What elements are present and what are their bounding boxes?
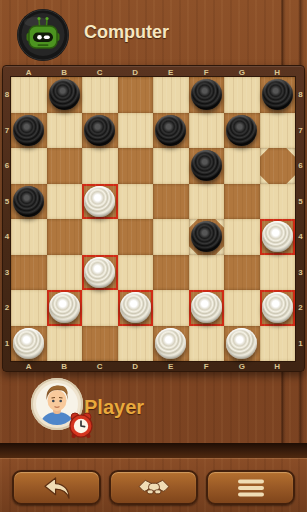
white-piece[interactable]: [262, 292, 293, 323]
square-f4[interactable]: [189, 219, 225, 255]
turn-clock-icon: [67, 410, 95, 440]
checkers-app: Computer ABCDEFGH 87654321 87654321 ABCD…: [0, 0, 307, 512]
coordinate-label: C: [82, 360, 118, 372]
coordinate-label: F: [189, 360, 225, 372]
coordinate-label: B: [47, 360, 83, 372]
computer-avatar: [16, 8, 70, 62]
coordinate-label: 2: [296, 290, 305, 326]
square-g7[interactable]: [224, 113, 260, 149]
square-a8[interactable]: [11, 77, 47, 113]
square-d4[interactable]: [118, 219, 154, 255]
white-piece[interactable]: [262, 221, 293, 252]
white-piece[interactable]: [84, 257, 115, 288]
square-f1[interactable]: [189, 326, 225, 362]
coordinate-label: 7: [3, 113, 11, 149]
white-piece[interactable]: [49, 292, 80, 323]
square-c5[interactable]: [82, 184, 118, 220]
square-d8[interactable]: [118, 77, 154, 113]
square-c4[interactable]: [82, 219, 118, 255]
square-c8[interactable]: [82, 77, 118, 113]
square-e2[interactable]: [153, 290, 189, 326]
square-h8[interactable]: [260, 77, 296, 113]
square-e4[interactable]: [153, 219, 189, 255]
coordinate-label: 4: [296, 219, 305, 255]
coordinate-label: A: [11, 360, 47, 372]
square-g2[interactable]: [224, 290, 260, 326]
square-h7[interactable]: [260, 113, 296, 149]
square-g3[interactable]: [224, 255, 260, 291]
square-a7[interactable]: [11, 113, 47, 149]
opponent-bar: Computer: [0, 0, 307, 65]
square-e3[interactable]: [153, 255, 189, 291]
square-c2[interactable]: [82, 290, 118, 326]
square-h4[interactable]: [260, 219, 296, 255]
square-b6[interactable]: [47, 148, 83, 184]
coordinate-label: E: [153, 360, 189, 372]
square-a2[interactable]: [11, 290, 47, 326]
square-d3[interactable]: [118, 255, 154, 291]
white-piece[interactable]: [226, 328, 257, 359]
square-e8[interactable]: [153, 77, 189, 113]
square-e7[interactable]: [153, 113, 189, 149]
coordinate-label: 4: [3, 219, 11, 255]
divider: [0, 443, 307, 458]
coordinate-label: D: [118, 360, 154, 372]
board-grid: [11, 77, 295, 361]
black-piece[interactable]: [155, 115, 186, 146]
black-piece[interactable]: [191, 79, 222, 110]
hamburger-menu-icon: [237, 478, 265, 498]
opponent-name: Computer: [84, 0, 169, 65]
square-c6[interactable]: [82, 148, 118, 184]
back-button[interactable]: [12, 470, 101, 505]
black-piece[interactable]: [49, 79, 80, 110]
coordinate-label: 6: [296, 148, 305, 184]
square-f5[interactable]: [189, 184, 225, 220]
coordinate-label: 3: [3, 255, 11, 291]
square-c7[interactable]: [82, 113, 118, 149]
coordinate-label: 8: [3, 77, 11, 113]
square-h1[interactable]: [260, 326, 296, 362]
black-piece[interactable]: [226, 115, 257, 146]
square-d1[interactable]: [118, 326, 154, 362]
square-d5[interactable]: [118, 184, 154, 220]
square-g4[interactable]: [224, 219, 260, 255]
square-b8[interactable]: [47, 77, 83, 113]
square-b5[interactable]: [47, 184, 83, 220]
coordinate-label: 7: [296, 113, 305, 149]
white-piece[interactable]: [13, 328, 44, 359]
black-piece[interactable]: [84, 115, 115, 146]
file-labels-bottom: ABCDEFGH: [11, 360, 295, 372]
coordinate-label: H: [260, 360, 296, 372]
square-a1[interactable]: [11, 326, 47, 362]
square-g8[interactable]: [224, 77, 260, 113]
square-a6[interactable]: [11, 148, 47, 184]
coordinate-label: 8: [296, 77, 305, 113]
square-g6[interactable]: [224, 148, 260, 184]
coordinate-label: 5: [296, 184, 305, 220]
rank-labels-left: 87654321: [3, 77, 11, 361]
menu-button[interactable]: [206, 470, 295, 505]
square-e1[interactable]: [153, 326, 189, 362]
rank-labels-right: 87654321: [296, 77, 305, 361]
square-f6[interactable]: [189, 148, 225, 184]
white-piece[interactable]: [120, 292, 151, 323]
square-a5[interactable]: [11, 184, 47, 220]
square-b4[interactable]: [47, 219, 83, 255]
back-arrow-icon: [42, 476, 72, 500]
square-g5[interactable]: [224, 184, 260, 220]
coordinate-label: 2: [3, 290, 11, 326]
square-b2[interactable]: [47, 290, 83, 326]
handshake-icon: [138, 476, 170, 500]
square-h6[interactable]: [260, 148, 296, 184]
black-piece[interactable]: [13, 115, 44, 146]
draw-offer-button[interactable]: [109, 470, 198, 505]
white-piece[interactable]: [84, 186, 115, 217]
square-g1[interactable]: [224, 326, 260, 362]
square-e6[interactable]: [153, 148, 189, 184]
square-a4[interactable]: [11, 219, 47, 255]
square-f7[interactable]: [189, 113, 225, 149]
square-c3[interactable]: [82, 255, 118, 291]
player-bar: Player: [0, 372, 307, 443]
square-f3[interactable]: [189, 255, 225, 291]
coordinate-label: G: [224, 360, 260, 372]
coordinate-label: 5: [3, 184, 11, 220]
square-h5[interactable]: [260, 184, 296, 220]
coordinate-label: 3: [296, 255, 305, 291]
square-b1[interactable]: [47, 326, 83, 362]
square-d2[interactable]: [118, 290, 154, 326]
square-f8[interactable]: [189, 77, 225, 113]
square-d6[interactable]: [118, 148, 154, 184]
square-b7[interactable]: [47, 113, 83, 149]
toolbar: [0, 458, 307, 512]
square-f2[interactable]: [189, 290, 225, 326]
coordinate-label: 1: [296, 326, 305, 362]
square-h3[interactable]: [260, 255, 296, 291]
board: ABCDEFGH 87654321 87654321 ABCDEFGH: [2, 65, 305, 372]
square-h2[interactable]: [260, 290, 296, 326]
black-piece[interactable]: [191, 221, 222, 252]
white-piece[interactable]: [191, 292, 222, 323]
robot-icon: [16, 8, 70, 62]
square-b3[interactable]: [47, 255, 83, 291]
square-e5[interactable]: [153, 184, 189, 220]
black-piece[interactable]: [13, 186, 44, 217]
black-piece[interactable]: [262, 79, 293, 110]
black-piece[interactable]: [191, 150, 222, 181]
coordinate-label: 6: [3, 148, 11, 184]
square-a3[interactable]: [11, 255, 47, 291]
coordinate-label: 1: [3, 326, 11, 362]
square-d7[interactable]: [118, 113, 154, 149]
square-c1[interactable]: [82, 326, 118, 362]
white-piece[interactable]: [155, 328, 186, 359]
